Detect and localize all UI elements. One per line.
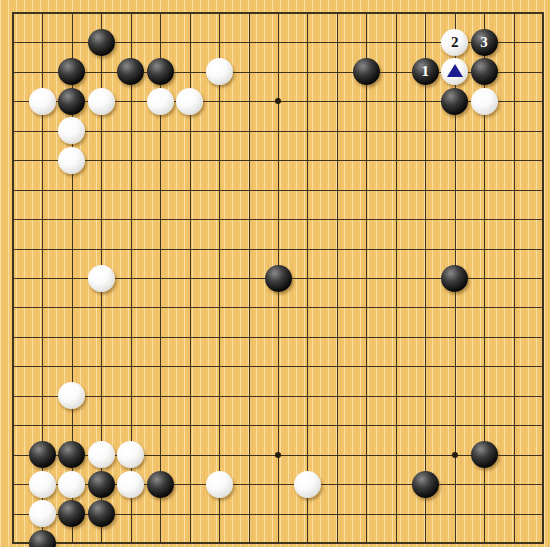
white-stone <box>88 88 115 115</box>
white-stone <box>88 265 115 292</box>
black-stone: 1 <box>412 58 439 85</box>
grid-line <box>13 396 543 397</box>
grid-line <box>396 13 397 543</box>
grid-line <box>337 13 338 543</box>
grid-line <box>307 13 308 543</box>
white-stone <box>29 500 56 527</box>
white-stone <box>147 88 174 115</box>
grid-line <box>13 307 543 308</box>
white-stone <box>176 88 203 115</box>
black-stone <box>147 471 174 498</box>
go-board[interactable]: 312 <box>0 0 550 547</box>
white-stone: 2 <box>441 29 468 56</box>
black-stone <box>353 58 380 85</box>
white-stone <box>294 471 321 498</box>
black-stone <box>147 58 174 85</box>
move-number-label: 1 <box>421 64 429 79</box>
white-stone <box>29 471 56 498</box>
black-stone <box>441 265 468 292</box>
black-stone <box>471 441 498 468</box>
black-stone <box>29 441 56 468</box>
star-point <box>452 452 458 458</box>
white-stone <box>88 441 115 468</box>
white-stone <box>471 88 498 115</box>
grid-line <box>514 13 515 543</box>
white-stone <box>117 471 144 498</box>
white-stone <box>58 147 85 174</box>
white-stone <box>206 58 233 85</box>
black-stone <box>88 29 115 56</box>
black-stone <box>412 471 439 498</box>
move-number-label: 2 <box>451 34 459 49</box>
triangle-marker-icon <box>447 64 463 77</box>
grid-line <box>13 337 543 338</box>
black-stone <box>88 500 115 527</box>
white-stone <box>206 471 233 498</box>
white-stone <box>58 471 85 498</box>
move-number-label: 3 <box>480 34 488 49</box>
star-point <box>275 452 281 458</box>
black-stone: 3 <box>471 29 498 56</box>
black-stone <box>265 265 292 292</box>
grid-line <box>425 13 426 543</box>
grid-line <box>13 366 543 367</box>
black-stone <box>441 88 468 115</box>
grid-line <box>13 425 543 426</box>
white-stone <box>29 88 56 115</box>
black-stone <box>58 88 85 115</box>
black-stone <box>88 471 115 498</box>
black-stone <box>471 58 498 85</box>
grid-line <box>366 13 367 543</box>
